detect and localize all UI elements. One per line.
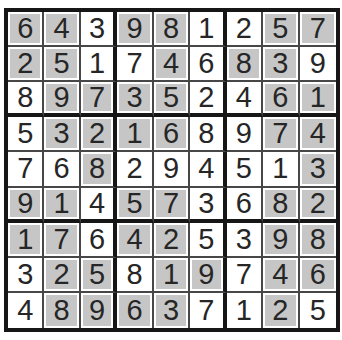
cell-r5c6: 4 [190,152,226,187]
cell-r3c1: 8 [8,82,44,117]
cell-r4c7: 9 [227,117,263,152]
cell-r7c2: 7 [44,223,80,258]
cell-r6c2: 1 [44,188,80,223]
cell-r9c9: 5 [300,293,336,328]
cell-r5c1: 7 [8,152,44,187]
cell-r7c6: 5 [190,223,226,258]
cell-r4c6: 8 [190,117,226,152]
cell-r3c6: 2 [190,82,226,117]
cell-r3c5: 5 [154,82,190,117]
cell-r4c3: 2 [81,117,117,152]
cell-r3c2: 9 [44,82,80,117]
cell-r2c2: 5 [44,47,80,82]
cell-r9c4: 6 [117,293,153,328]
cell-r9c1: 4 [8,293,44,328]
cell-r6c9: 2 [300,188,336,223]
cell-r9c5: 3 [154,293,190,328]
cell-r4c9: 4 [300,117,336,152]
cell-r9c3: 9 [81,293,117,328]
cell-r2c9: 9 [300,47,336,82]
cell-r6c4: 5 [117,188,153,223]
cell-r8c2: 2 [44,258,80,293]
cell-r7c4: 4 [117,223,153,258]
cell-r5c2: 6 [44,152,80,187]
cell-r4c2: 3 [44,117,80,152]
cell-r5c9: 3 [300,152,336,187]
cell-r1c9: 7 [300,12,336,47]
cell-r2c8: 3 [263,47,299,82]
cell-r7c1: 1 [8,223,44,258]
cell-r8c1: 3 [8,258,44,293]
cell-r7c7: 3 [227,223,263,258]
cell-r2c5: 4 [154,47,190,82]
cell-r1c6: 1 [190,12,226,47]
cell-r4c5: 6 [154,117,190,152]
cell-r2c4: 7 [117,47,153,82]
cell-r2c6: 6 [190,47,226,82]
cell-r9c7: 1 [227,293,263,328]
cell-r5c7: 5 [227,152,263,187]
cell-r4c1: 5 [8,117,44,152]
cell-r1c2: 4 [44,12,80,47]
cell-r8c8: 4 [263,258,299,293]
cell-r3c7: 4 [227,82,263,117]
cell-r1c7: 2 [227,12,263,47]
cell-r3c8: 6 [263,82,299,117]
cell-r2c3: 1 [81,47,117,82]
cell-r9c8: 2 [263,293,299,328]
cell-r3c4: 3 [117,82,153,117]
cell-r5c4: 2 [117,152,153,187]
cell-r6c5: 7 [154,188,190,223]
cell-r8c4: 8 [117,258,153,293]
sudoku-board: 6439812572517468398973524615321689747682… [4,8,340,332]
cell-r7c5: 2 [154,223,190,258]
cell-r1c3: 3 [81,12,117,47]
cell-r7c3: 6 [81,223,117,258]
cell-r1c1: 6 [8,12,44,47]
cell-r9c2: 8 [44,293,80,328]
cell-r6c3: 4 [81,188,117,223]
cell-r2c7: 8 [227,47,263,82]
cell-r4c4: 1 [117,117,153,152]
cell-r5c8: 1 [263,152,299,187]
cell-r8c6: 9 [190,258,226,293]
cell-r6c8: 8 [263,188,299,223]
cell-r4c8: 7 [263,117,299,152]
cell-r1c5: 8 [154,12,190,47]
cell-r8c7: 7 [227,258,263,293]
cell-r9c6: 7 [190,293,226,328]
cell-r6c7: 6 [227,188,263,223]
cell-r6c6: 3 [190,188,226,223]
cell-r8c5: 1 [154,258,190,293]
cell-r3c9: 1 [300,82,336,117]
cell-r8c3: 5 [81,258,117,293]
cell-r3c3: 7 [81,82,117,117]
cell-r7c8: 9 [263,223,299,258]
cell-r7c9: 8 [300,223,336,258]
cell-r5c5: 9 [154,152,190,187]
cell-r8c9: 6 [300,258,336,293]
cell-r6c1: 9 [8,188,44,223]
cell-r2c1: 2 [8,47,44,82]
cell-r1c8: 5 [263,12,299,47]
cell-r1c4: 9 [117,12,153,47]
cell-r5c3: 8 [81,152,117,187]
